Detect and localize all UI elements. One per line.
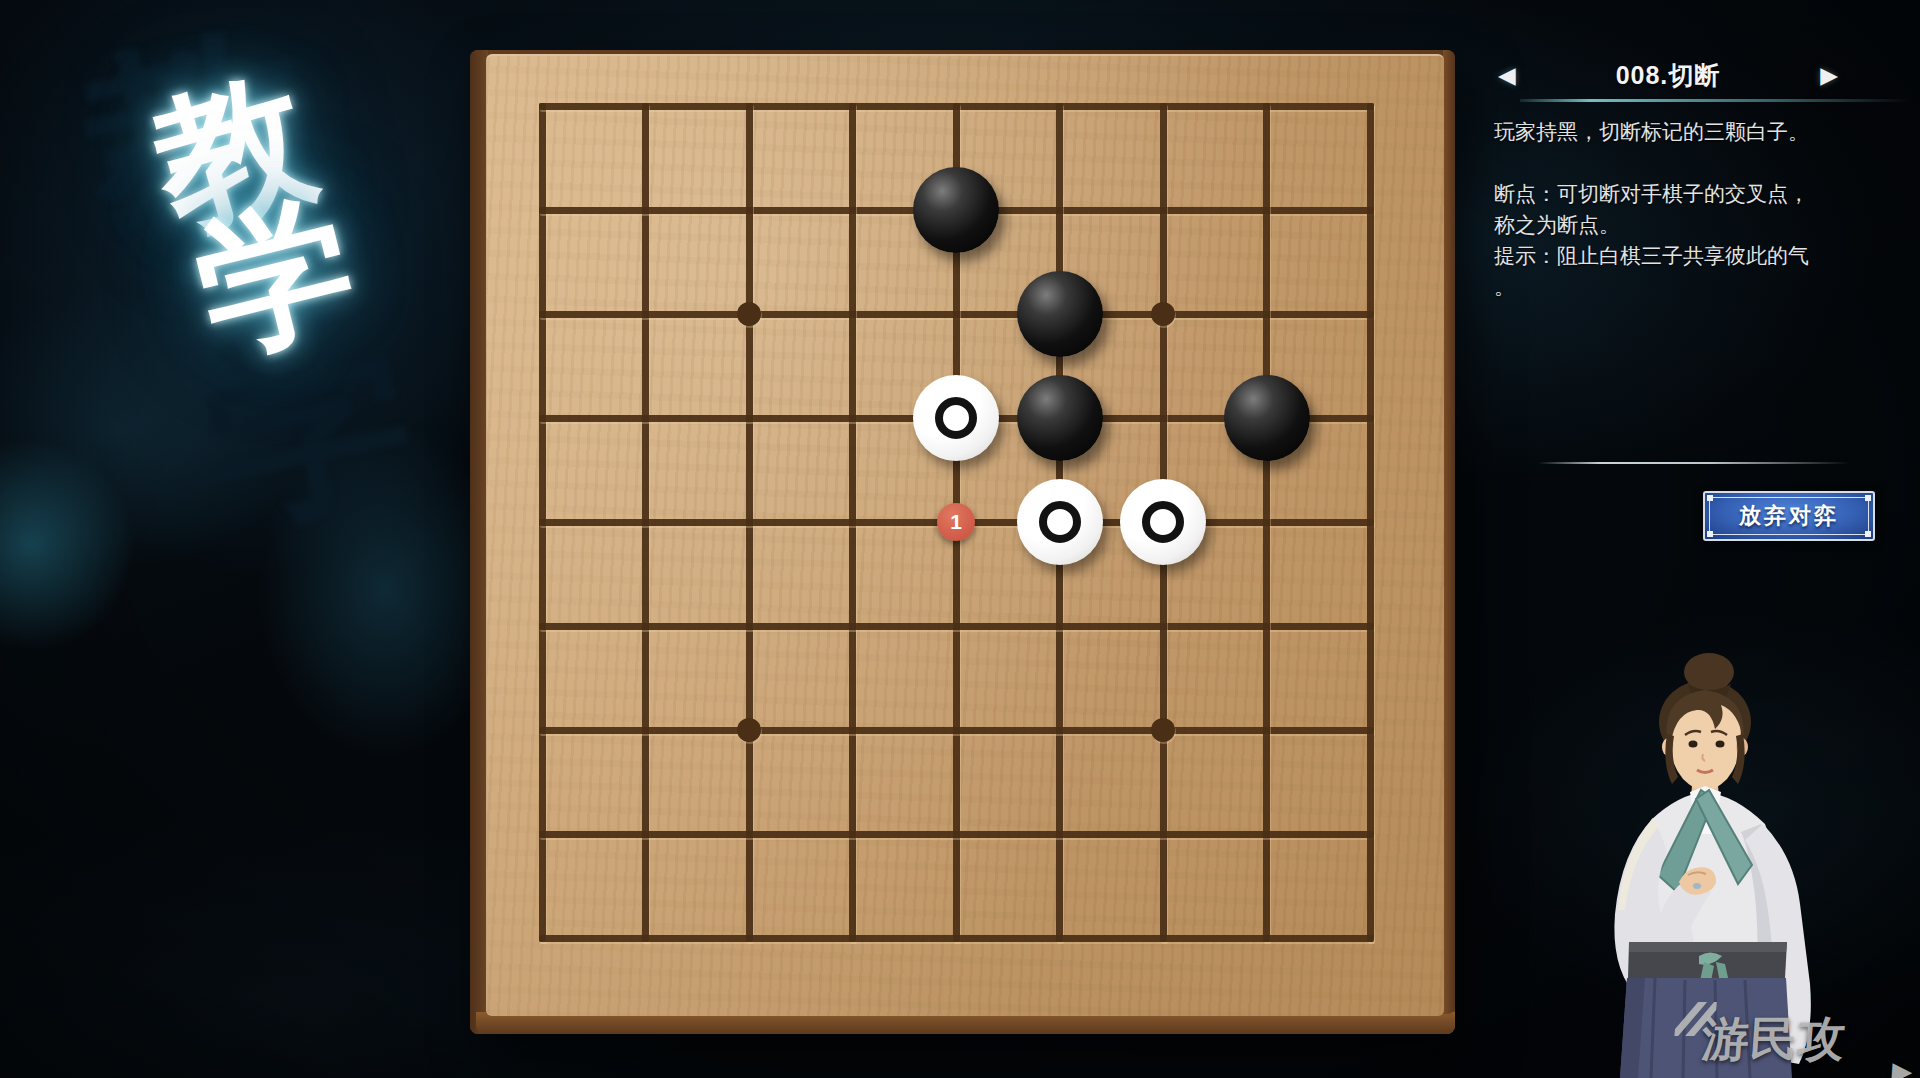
next-lesson-button[interactable]: ▶	[1820, 64, 1838, 87]
give-up-button[interactable]: 放弃对弈	[1703, 491, 1875, 541]
description-line: 提示：阻止白棋三子共享彼此的气	[1494, 240, 1918, 271]
description-line: 。	[1494, 271, 1918, 302]
star-point	[737, 302, 761, 326]
watermark-logo: 游民攻略组 ►	[1696, 1008, 1920, 1078]
button-frame	[1709, 497, 1869, 535]
black-stone	[1017, 375, 1103, 461]
white-stone-marked	[913, 375, 999, 461]
star-point	[737, 718, 761, 742]
circle-mark-icon	[1142, 501, 1184, 543]
prev-lesson-button[interactable]: ◀	[1498, 64, 1516, 87]
circle-mark-icon	[935, 397, 977, 439]
white-stone-marked	[1120, 479, 1206, 565]
grid-line-v	[1263, 103, 1270, 942]
lesson-description: 玩家持黑，切断标记的三颗白子。 断点：可切断对手棋子的交叉点，称之为断点。提示：…	[1494, 116, 1918, 302]
panel-divider	[1538, 462, 1850, 464]
watermark-slash-icon	[1674, 1002, 1716, 1036]
star-point	[1151, 718, 1175, 742]
title-underline	[1520, 99, 1910, 102]
circle-mark-icon	[1039, 501, 1081, 543]
description-line: 玩家持黑，切断标记的三颗白子。	[1494, 116, 1918, 147]
lesson-title: 008.切断	[1616, 59, 1721, 92]
black-stone	[1224, 375, 1310, 461]
grid-line-h	[539, 727, 1374, 734]
grid-line-h	[539, 935, 1374, 942]
grid-line-h	[539, 831, 1374, 838]
grid-line-h	[539, 623, 1374, 630]
grid-line-v	[1367, 103, 1374, 942]
description-line: 断点：可切断对手棋子的交叉点，	[1494, 178, 1918, 209]
move-1-marker[interactable]: 1	[937, 503, 975, 541]
watermark-text: 游民攻略组	[1696, 1008, 1888, 1078]
description-line: 称之为断点。	[1494, 209, 1918, 240]
board-right-bevel	[1443, 50, 1455, 1014]
watermark-arrow-icon: ►	[1884, 1052, 1920, 1078]
screen: 教 学 教 学 1 ◀ 008.切断 ▶ 玩家持黑，切断标记的三颗白子。 断点：…	[0, 0, 1920, 1078]
white-stone-marked	[1017, 479, 1103, 565]
lesson-nav: ◀ 008.切断 ▶	[1498, 58, 1838, 92]
star-point	[1151, 302, 1175, 326]
description-line	[1494, 147, 1918, 178]
black-stone	[913, 167, 999, 253]
black-stone	[1017, 271, 1103, 357]
